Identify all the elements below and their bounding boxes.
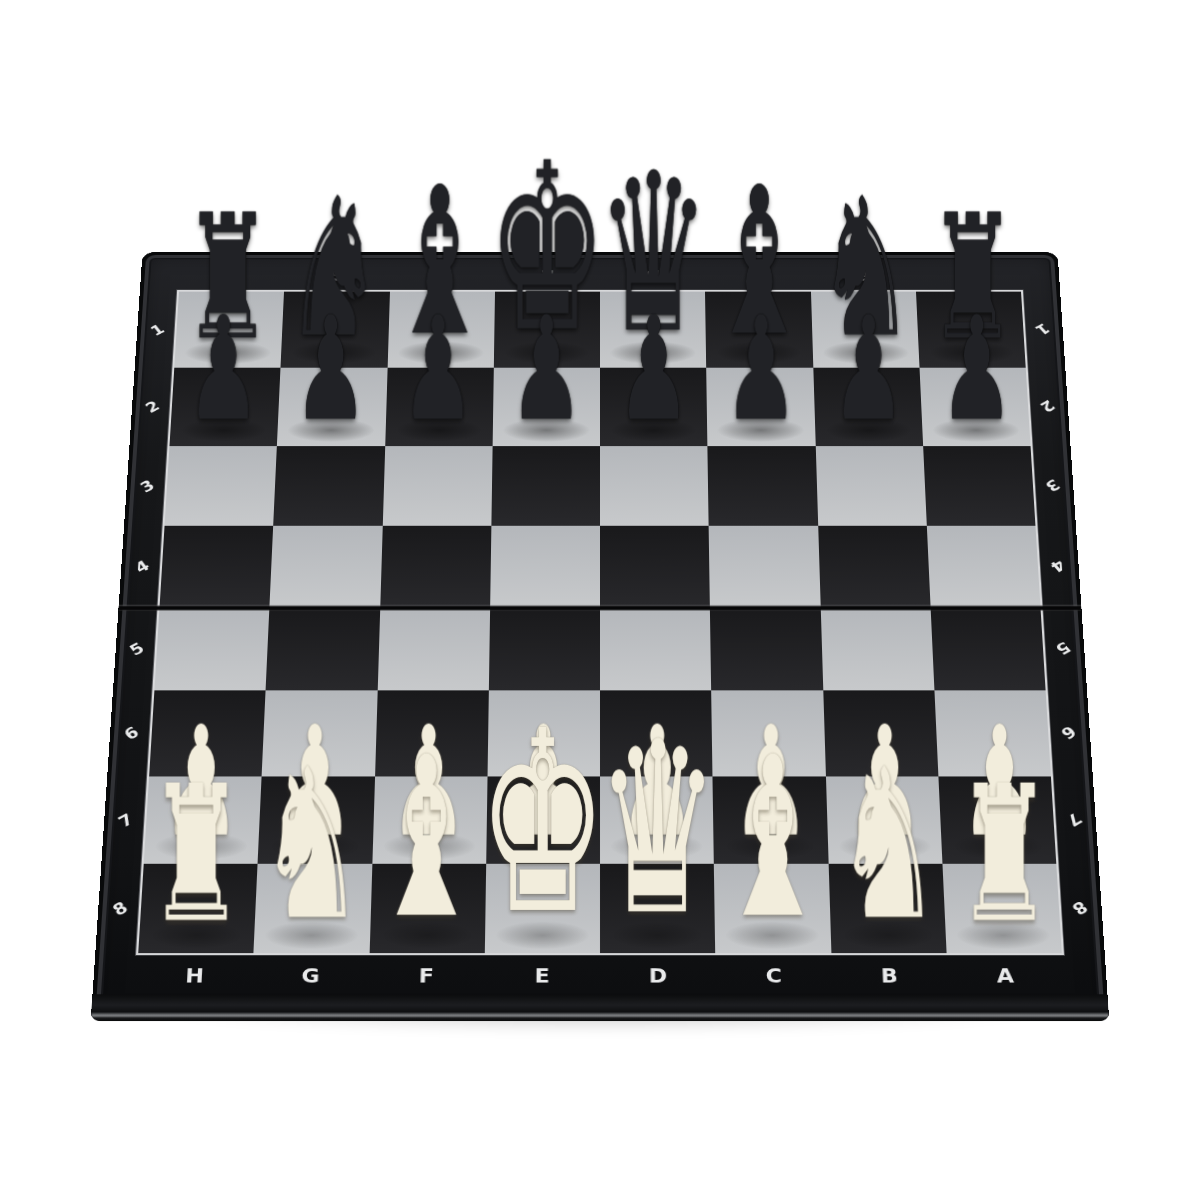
frame-front-bevel bbox=[91, 994, 1110, 1021]
file-label: D bbox=[600, 960, 716, 992]
file-label: F bbox=[368, 960, 485, 992]
file-label: C bbox=[716, 960, 833, 992]
file-label: H bbox=[136, 960, 254, 992]
file-labels-bottom: HGFEDCBA bbox=[136, 960, 1064, 992]
file-label: G bbox=[252, 960, 369, 992]
file-label: B bbox=[831, 960, 948, 992]
file-label: A bbox=[947, 960, 1065, 992]
piece-white-rook-a8: ♜ bbox=[942, 863, 1062, 953]
pieces-layer: ♜♞♝♚♛♝♞♜♟♟♟♟♟♟♟♟♟♟♟♟♟♟♟♟♜♞♝♚♛♝♞♜ bbox=[138, 291, 1062, 953]
chess-board: HGFEDCBA 12345678 12345678 HGFEDCBA ♜♞♝♚… bbox=[91, 252, 1110, 1021]
file-label: E bbox=[484, 960, 600, 992]
white-rook-glyph: ♜ bbox=[887, 761, 1121, 949]
